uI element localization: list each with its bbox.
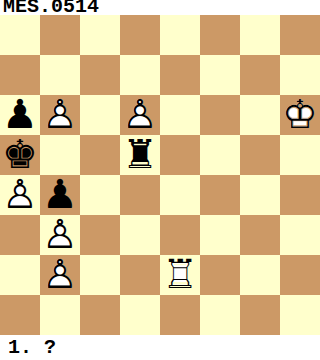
square-d2[interactable] [120,255,160,295]
square-e6[interactable] [160,95,200,135]
piece-black-P-b4[interactable]: ♟ [40,175,80,215]
square-a6[interactable]: ♟ [0,95,40,135]
square-c5[interactable] [80,135,120,175]
square-c3[interactable] [80,215,120,255]
square-a3[interactable] [0,215,40,255]
piece-white-P-b2[interactable]: ♟♙ [40,255,80,295]
white-piece-outline: ♙ [120,94,160,134]
square-c6[interactable] [80,95,120,135]
square-f3[interactable] [200,215,240,255]
square-h6[interactable]: ♚♔ [280,95,320,135]
square-g5[interactable] [240,135,280,175]
square-g2[interactable] [240,255,280,295]
white-piece-outline: ♙ [0,174,40,214]
square-a4[interactable]: ♟♙ [0,175,40,215]
piece-white-P-a4[interactable]: ♟♙ [0,175,40,215]
square-h5[interactable] [280,135,320,175]
square-c2[interactable] [80,255,120,295]
square-f7[interactable] [200,55,240,95]
square-a1[interactable] [0,295,40,335]
square-b1[interactable] [40,295,80,335]
square-g8[interactable] [240,15,280,55]
square-e1[interactable] [160,295,200,335]
black-piece-fill: ♜ [120,134,160,174]
square-b5[interactable] [40,135,80,175]
square-h8[interactable] [280,15,320,55]
square-g6[interactable] [240,95,280,135]
piece-black-R-d5[interactable]: ♜ [120,135,160,175]
square-b6[interactable]: ♟♙ [40,95,80,135]
square-e8[interactable] [160,15,200,55]
square-g7[interactable] [240,55,280,95]
square-h4[interactable] [280,175,320,215]
square-d1[interactable] [120,295,160,335]
black-piece-fill: ♟ [0,94,40,134]
square-c8[interactable] [80,15,120,55]
piece-white-P-b6[interactable]: ♟♙ [40,95,80,135]
piece-white-P-d6[interactable]: ♟♙ [120,95,160,135]
square-f8[interactable] [200,15,240,55]
square-a8[interactable] [0,15,40,55]
square-f1[interactable] [200,295,240,335]
square-e5[interactable] [160,135,200,175]
square-f4[interactable] [200,175,240,215]
square-g3[interactable] [240,215,280,255]
square-d4[interactable] [120,175,160,215]
square-d8[interactable] [120,15,160,55]
piece-black-K-a5[interactable]: ♚ [0,135,40,175]
square-d3[interactable] [120,215,160,255]
square-h1[interactable] [280,295,320,335]
square-h2[interactable] [280,255,320,295]
piece-white-R-e2[interactable]: ♜♖ [160,255,200,295]
square-e3[interactable] [160,215,200,255]
square-c7[interactable] [80,55,120,95]
square-a7[interactable] [0,55,40,95]
white-piece-outline: ♙ [40,94,80,134]
white-piece-outline: ♙ [40,214,80,254]
square-d5[interactable]: ♜ [120,135,160,175]
square-c4[interactable] [80,175,120,215]
move-prompt-label: 1. ? [8,338,56,358]
square-a2[interactable] [0,255,40,295]
square-d7[interactable] [120,55,160,95]
square-b2[interactable]: ♟♙ [40,255,80,295]
square-b3[interactable]: ♟♙ [40,215,80,255]
square-e2[interactable]: ♜♖ [160,255,200,295]
square-a5[interactable]: ♚ [0,135,40,175]
square-g1[interactable] [240,295,280,335]
piece-white-K-h6[interactable]: ♚♔ [280,95,320,135]
square-c1[interactable] [80,295,120,335]
square-b8[interactable] [40,15,80,55]
piece-white-P-b3[interactable]: ♟♙ [40,215,80,255]
chess-board: ♟♟♙♟♙♚♔♚♜♟♙♟♟♙♟♙♜♖ [0,15,320,335]
piece-black-P-a6[interactable]: ♟ [0,95,40,135]
square-g4[interactable] [240,175,280,215]
square-h3[interactable] [280,215,320,255]
square-d6[interactable]: ♟♙ [120,95,160,135]
square-b7[interactable] [40,55,80,95]
square-e7[interactable] [160,55,200,95]
black-piece-fill: ♟ [40,174,80,214]
white-piece-outline: ♙ [40,254,80,294]
square-h7[interactable] [280,55,320,95]
white-piece-outline: ♔ [280,94,320,134]
square-f5[interactable] [200,135,240,175]
square-f2[interactable] [200,255,240,295]
black-piece-fill: ♚ [0,134,40,174]
square-b4[interactable]: ♟ [40,175,80,215]
chess-diagram-page: MES.0514 ♟♟♙♟♙♚♔♚♜♟♙♟♟♙♟♙♜♖ 1. ? [0,0,320,360]
square-f6[interactable] [200,95,240,135]
square-e4[interactable] [160,175,200,215]
white-piece-outline: ♖ [160,254,200,294]
